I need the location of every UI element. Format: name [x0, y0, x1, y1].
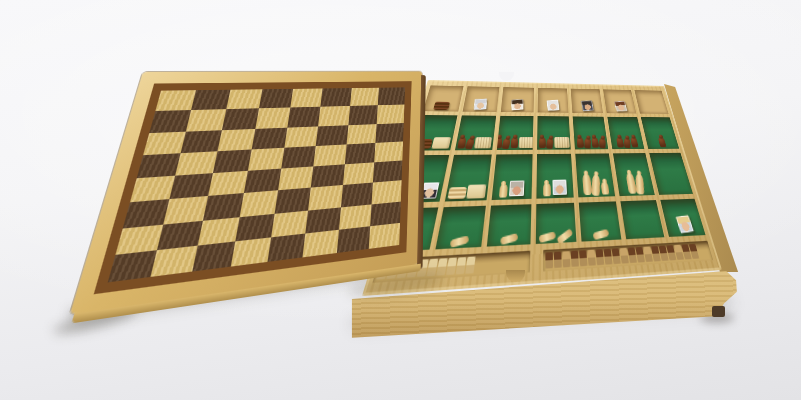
- compartment: [501, 87, 534, 112]
- domino-tile: [545, 252, 553, 269]
- checkers-stack-dark: [434, 102, 451, 110]
- compartment: [486, 204, 531, 246]
- chessboard: [70, 72, 422, 315]
- chess-piece-dark: [591, 137, 599, 148]
- chess-piece-dark: [511, 137, 519, 148]
- chess-piece-light: [635, 173, 644, 195]
- wood-block: [431, 137, 451, 148]
- domino-tile: [465, 256, 475, 273]
- square-f1: [303, 230, 339, 258]
- chess-piece-light: [556, 228, 573, 244]
- square-b7: [186, 109, 226, 131]
- chess-piece-dark: [545, 137, 553, 149]
- compartment: [635, 90, 669, 114]
- square-e7: [287, 107, 320, 127]
- square-c8: [226, 89, 262, 109]
- compartment: [649, 153, 693, 195]
- compartment: [536, 154, 574, 199]
- square-h6: [375, 123, 404, 143]
- chess-piece-light: [601, 182, 610, 195]
- domino-tile: [587, 250, 596, 266]
- square-c6: [217, 128, 255, 151]
- square-c7: [221, 109, 258, 130]
- compartment: [537, 116, 571, 150]
- chess-piece-dark: [630, 137, 638, 147]
- wood-block: [554, 137, 570, 148]
- square-c1: [192, 241, 235, 271]
- chess-piece-light: [592, 174, 601, 197]
- square-d5: [248, 147, 285, 170]
- compartment: [608, 117, 645, 149]
- chess-piece-light: [499, 184, 508, 198]
- compartment: [579, 201, 622, 241]
- square-f7: [318, 106, 349, 126]
- chess-piece-light: [593, 229, 610, 241]
- compartment: [621, 200, 665, 239]
- compartment: [576, 153, 616, 197]
- compartment: [571, 89, 603, 114]
- square-d1: [231, 237, 272, 267]
- compartment: [435, 206, 485, 250]
- wood-block: [474, 137, 492, 148]
- square-f4: [311, 164, 344, 187]
- square-h1: [368, 223, 400, 249]
- square-b1: [151, 245, 197, 276]
- square-h8: [378, 87, 405, 105]
- square-d7: [255, 108, 290, 129]
- square-h7: [376, 105, 404, 124]
- compartment: [535, 203, 577, 244]
- picture-tile: [509, 180, 524, 196]
- wood-block: [466, 184, 486, 198]
- square-e1: [267, 233, 305, 262]
- compartment: [423, 85, 463, 111]
- chess-piece-light: [450, 235, 469, 248]
- square-h5: [374, 141, 403, 162]
- square-g1: [336, 226, 370, 253]
- square-a7: [149, 110, 191, 132]
- square-e6: [284, 126, 318, 147]
- compartment: [462, 86, 499, 112]
- square-a6: [143, 131, 186, 155]
- compartment: [641, 117, 679, 149]
- chess-piece-dark: [599, 137, 606, 148]
- domino-tray-right: [543, 241, 713, 272]
- square-g7: [348, 105, 378, 124]
- checkers-stack-light: [447, 187, 467, 199]
- board-grid: [108, 87, 405, 282]
- box-foot: [712, 306, 725, 317]
- square-h4: [373, 160, 403, 182]
- square-f8: [321, 88, 352, 107]
- square-c5: [212, 149, 251, 173]
- compartment: [537, 88, 569, 113]
- chess-piece-dark: [538, 137, 545, 148]
- domino-tile: [571, 251, 579, 267]
- compartment: [573, 116, 609, 149]
- square-g5: [344, 143, 375, 165]
- chess-piece-light: [539, 231, 557, 243]
- domino-tile: [579, 250, 587, 266]
- square-b5: [175, 151, 217, 176]
- chess-piece-dark: [576, 137, 584, 148]
- square-e4: [278, 166, 313, 190]
- back-finger-notch: [499, 72, 514, 81]
- picture-tile: [675, 215, 694, 234]
- square-b6: [181, 130, 222, 153]
- square-d6: [251, 127, 287, 149]
- chess-piece-light: [543, 183, 551, 196]
- square-e8: [290, 88, 322, 107]
- wood-block: [519, 137, 533, 148]
- square-b8: [191, 90, 230, 111]
- picture-tile: [474, 98, 487, 110]
- square-d8: [259, 89, 293, 109]
- compartment: [455, 115, 496, 150]
- compartment: [613, 153, 655, 196]
- picture-tile: [511, 99, 523, 110]
- dark-pieces-row: [411, 115, 679, 151]
- square-g6: [346, 124, 376, 145]
- compartment: [660, 199, 705, 237]
- picture-tile: [581, 100, 594, 111]
- square-g8: [350, 88, 379, 106]
- square-f5: [314, 144, 347, 166]
- square-a5: [137, 153, 181, 178]
- compartment: [497, 116, 534, 150]
- domino-tile: [562, 251, 570, 267]
- chess-piece-dark: [502, 138, 512, 150]
- chess-piece-dark: [658, 137, 667, 147]
- compartment: [491, 154, 532, 200]
- square-d4: [244, 169, 282, 194]
- chess-piece-light: [500, 233, 518, 245]
- domino-tile: [554, 252, 562, 268]
- light-pieces-row: [396, 153, 693, 203]
- square-e5: [281, 146, 316, 169]
- picture-tile-row: [423, 85, 669, 113]
- compartment: [445, 155, 492, 202]
- square-f6: [316, 125, 348, 146]
- picture-tile: [614, 101, 628, 112]
- compartment: [603, 89, 636, 113]
- picture-tile: [547, 100, 560, 111]
- square-g4: [342, 162, 373, 185]
- square-a1: [108, 250, 158, 283]
- square-a8: [155, 90, 196, 111]
- board-dark-border: [94, 81, 412, 294]
- photo-of-wooden-chess-game-set: [0, 0, 801, 400]
- chess-piece-dark: [584, 137, 591, 149]
- picture-tile: [552, 180, 566, 195]
